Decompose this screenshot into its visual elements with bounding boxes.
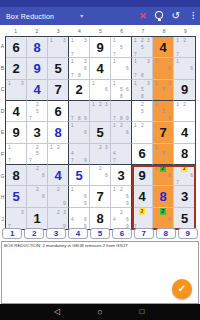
candidate-5: 5 (139, 108, 144, 113)
digit-button-4[interactable]: 4 (68, 228, 88, 239)
candidate-2: 2 (55, 187, 60, 192)
digit-button-3[interactable]: 3 (46, 228, 66, 239)
cell-C9[interactable]: 9 (174, 80, 195, 101)
digit-button-9[interactable]: 9 (178, 228, 198, 239)
cell-G8[interactable]: 126 (153, 165, 174, 186)
cell-J2[interactable]: 1 (27, 208, 48, 229)
candidates: 26 (153, 208, 173, 229)
cell-G6[interactable]: 3 (111, 165, 132, 186)
candidate-2: 2 (97, 166, 102, 171)
candidate-2: 2 (160, 165, 167, 172)
candidate-3: 3 (104, 144, 109, 149)
candidate-3: 3 (83, 38, 88, 43)
candidate-2: 2 (160, 208, 167, 215)
col-label-9: 9 (175, 27, 196, 35)
cell-C1[interactable]: 13 (6, 80, 27, 101)
cell-C8[interactable]: 135 (153, 80, 174, 101)
candidate-3: 3 (146, 59, 151, 64)
candidate-3: 3 (62, 208, 67, 214)
candidates: 16 (153, 58, 173, 78)
cell-H6[interactable]: 1269 (111, 186, 132, 207)
candidates: 239 (48, 208, 68, 229)
cell-G7[interactable]: 9 (132, 165, 153, 186)
candidate-9: 9 (167, 115, 172, 120)
cell-J5[interactable]: 8 (90, 208, 111, 229)
candidate-2: 2 (97, 102, 102, 107)
given-digit: 6 (12, 41, 19, 54)
entered-digit: 5 (12, 190, 19, 203)
candidate-7: 7 (112, 158, 117, 163)
entered-digit: 9 (33, 62, 40, 75)
candidates: 12357 (132, 37, 152, 57)
col-label-8: 8 (154, 27, 175, 35)
overflow-menu-icon[interactable]: ⋮ (189, 12, 197, 20)
col-label-6: 6 (111, 27, 132, 35)
entered-digit: 8 (159, 190, 166, 203)
candidate-2: 2 (34, 166, 39, 171)
digit-button-6[interactable]: 6 (112, 228, 132, 239)
candidate-1: 1 (49, 38, 54, 43)
cell-H3[interactable]: 29 (48, 186, 69, 207)
undo-icon[interactable]: ↺ (172, 11, 180, 21)
candidate-6: 6 (83, 215, 88, 221)
cell-E3[interactable]: 8 (48, 122, 69, 143)
cell-J3[interactable]: 239 (48, 208, 69, 229)
candidate-6: 6 (104, 172, 109, 177)
candidate-1: 1 (133, 80, 138, 85)
candidate-1: 1 (154, 144, 159, 149)
candidates: 1358 (132, 80, 152, 100)
digit-button-8[interactable]: 8 (156, 228, 176, 239)
candidates: 1568 (111, 80, 131, 100)
given-digit: 6 (138, 147, 145, 160)
candidate-1: 1 (7, 80, 12, 85)
cell-J7[interactable]: 27 (132, 208, 153, 229)
candidate-7: 7 (112, 51, 117, 56)
candidate-7: 7 (175, 179, 181, 184)
cell-B4[interactable]: 13678 (69, 58, 90, 79)
candidate-6: 6 (189, 66, 195, 71)
candidate-5: 5 (160, 108, 165, 113)
candidate-1: 1 (91, 102, 96, 107)
candidate-7: 7 (133, 73, 138, 78)
candidate-8: 8 (139, 73, 144, 78)
cell-F3[interactable]: 12 (48, 144, 69, 165)
candidate-7: 7 (70, 158, 75, 163)
candidate-2: 2 (182, 38, 188, 43)
candidate-2: 2 (118, 208, 123, 214)
cell-F5[interactable]: 23 (90, 144, 111, 165)
candidate-6: 6 (125, 130, 130, 135)
candidate-3: 3 (104, 102, 109, 107)
candidates: 789 (69, 101, 89, 121)
candidates: 126 (153, 165, 173, 185)
cell-A5[interactable]: 9 (90, 37, 111, 58)
cell-D6[interactable]: 789 (111, 101, 132, 122)
android-status-bar (0, 0, 200, 7)
given-digit: 4 (138, 190, 145, 203)
candidates: 159 (153, 101, 173, 121)
candidate-5: 5 (118, 87, 123, 92)
cell-G9[interactable]: 267 (174, 165, 195, 186)
cell-D7[interactable]: 25 (132, 101, 153, 122)
candidate-6: 6 (104, 87, 109, 92)
cell-C3[interactable]: 7 (48, 80, 69, 101)
cell-C6[interactable]: 1568 (111, 80, 132, 101)
cell-D2[interactable]: 257 (27, 101, 48, 122)
entered-digit: 5 (75, 169, 82, 182)
candidate-1: 1 (7, 144, 12, 149)
cell-E4[interactable]: 16 (69, 122, 90, 143)
candidate-2: 2 (34, 102, 39, 107)
cell-J9[interactable]: 5 (174, 208, 195, 229)
candidate-4: 4 (70, 151, 75, 156)
cell-F1[interactable]: 17 (6, 144, 27, 165)
cell-H4[interactable]: 169 (69, 186, 90, 207)
candidate-1: 1 (175, 102, 181, 107)
cell-A1[interactable]: 6 (6, 37, 27, 58)
candidates: 25 (132, 101, 152, 121)
digit-button-7[interactable]: 7 (134, 228, 154, 239)
col-label-1: 1 (5, 27, 26, 35)
candidates: 26 (90, 165, 110, 185)
candidate-9: 9 (62, 201, 67, 206)
candidate-1: 1 (70, 123, 75, 128)
candidate-5: 5 (118, 44, 123, 49)
given-digit: 5 (54, 62, 61, 75)
candidate-2: 2 (97, 144, 102, 149)
candidates: 16 (90, 80, 110, 100)
candidate-1: 1 (175, 38, 181, 43)
cell-D3[interactable]: 6 (48, 101, 69, 122)
cell-J6[interactable]: 2469 (111, 208, 132, 229)
col-label-3: 3 (47, 27, 68, 35)
candidate-7: 7 (28, 158, 33, 163)
entered-digit: 4 (33, 83, 40, 96)
candidate-3: 3 (167, 80, 172, 85)
candidate-1: 1 (112, 38, 117, 43)
candidate-1: 1 (133, 123, 138, 128)
candidates: 16 (174, 58, 195, 78)
candidates: 37 (6, 208, 26, 229)
cell-H1[interactable]: 5 (6, 186, 27, 207)
candidate-7: 7 (70, 73, 75, 78)
column-labels: 123456789 (5, 27, 196, 35)
cell-G4[interactable]: 5 (69, 165, 90, 186)
candidates: 123 (90, 101, 110, 121)
candidate-5: 5 (139, 44, 144, 49)
candidate-5: 5 (160, 87, 165, 92)
candidate-6: 6 (125, 66, 130, 71)
cell-A6[interactable]: 157 (111, 37, 132, 58)
given-digit: 7 (96, 190, 103, 203)
given-digit: 4 (12, 105, 19, 118)
candidate-4: 4 (112, 215, 117, 221)
candidate-2: 2 (182, 102, 188, 107)
sudoku-grid: 6813137915712357412729513678416137816161… (5, 36, 196, 230)
given-digit: 3 (117, 169, 124, 182)
digit-button-5[interactable]: 5 (90, 228, 110, 239)
cell-B9[interactable]: 16 (174, 58, 195, 79)
chevron-down-icon[interactable]: ▾ (80, 13, 83, 19)
cell-B1[interactable]: 2 (6, 58, 27, 79)
candidates: 13 (48, 37, 68, 57)
candidates: 1378 (132, 58, 152, 78)
candidate-1: 1 (175, 59, 181, 64)
candidates: 157 (111, 37, 131, 57)
candidate-9: 9 (83, 158, 88, 163)
candidate-8: 8 (118, 94, 123, 99)
candidates: 17 (6, 144, 26, 164)
col-label-4: 4 (69, 27, 90, 35)
col-label-2: 2 (26, 27, 47, 35)
candidate-6: 6 (167, 66, 172, 71)
candidate-2: 2 (55, 208, 60, 214)
cell-F4[interactable]: 479 (69, 144, 90, 165)
given-digit: 2 (12, 62, 19, 75)
cell-B7[interactable]: 1378 (132, 58, 153, 79)
nav-recents-icon[interactable]: □ (140, 308, 145, 316)
candidate-4: 4 (70, 215, 75, 221)
candidate-8: 8 (118, 115, 123, 120)
candidate-6: 6 (167, 172, 172, 177)
candidates: 12 (48, 144, 68, 164)
cell-A4[interactable]: 137 (69, 37, 90, 58)
cell-C5[interactable]: 16 (90, 80, 111, 101)
candidate-1: 1 (91, 80, 96, 85)
close-icon[interactable]: ✕ (139, 12, 147, 21)
cell-G2[interactable]: 26 (27, 165, 48, 186)
candidate-3: 3 (20, 80, 25, 85)
cell-F9[interactable]: 8 (174, 144, 195, 165)
candidates: 26 (27, 186, 47, 206)
candidates: 2469 (111, 208, 131, 229)
cell-A9[interactable]: 127 (174, 37, 195, 58)
cell-A3[interactable]: 13 (48, 37, 69, 58)
candidate-6: 6 (83, 194, 88, 199)
candidate-1: 1 (70, 38, 75, 43)
digit-button-2[interactable]: 2 (24, 228, 44, 239)
cell-B3[interactable]: 5 (48, 58, 69, 79)
given-digit: 8 (12, 169, 19, 182)
given-digit: 7 (54, 83, 61, 96)
cell-B2[interactable]: 9 (27, 58, 48, 79)
candidates: 15 (153, 144, 173, 164)
given-digit: 5 (181, 212, 188, 225)
digit-button-row: 123456789 (2, 228, 198, 239)
cell-D8[interactable]: 159 (153, 101, 174, 122)
check-icon: ✓ (178, 284, 186, 294)
candidate-2: 2 (139, 123, 144, 128)
cell-G5[interactable]: 26 (90, 165, 111, 186)
candidate-6: 6 (41, 194, 46, 199)
cell-E8[interactable]: 7 (153, 122, 174, 143)
candidates: 26 (27, 165, 47, 185)
cell-J4[interactable]: 469 (69, 208, 90, 229)
candidate-3: 3 (83, 59, 88, 64)
candidate-1: 1 (49, 144, 54, 149)
cell-D9[interactable]: 12 (174, 101, 195, 122)
candidate-2: 2 (139, 102, 144, 107)
candidates: 13678 (69, 58, 89, 78)
candidate-7: 7 (70, 115, 75, 120)
candidate-1: 1 (70, 59, 75, 64)
cell-C4[interactable]: 2 (69, 80, 90, 101)
nav-home-icon[interactable]: ○ (97, 308, 102, 317)
candidates: 135 (153, 80, 173, 100)
col-label-7: 7 (132, 27, 153, 35)
given-digit: 3 (33, 126, 40, 139)
candidate-1: 1 (154, 166, 159, 171)
candidate-6: 6 (41, 172, 46, 177)
cell-E1[interactable]: 9 (6, 122, 27, 143)
given-digit: 4 (159, 41, 166, 54)
digit-button-1[interactable]: 1 (2, 228, 22, 239)
cell-B5[interactable]: 4 (90, 58, 111, 79)
candidates: 29 (48, 186, 68, 206)
candidate-1: 1 (112, 59, 117, 64)
candidate-3: 3 (62, 38, 67, 43)
given-digit: 7 (159, 126, 166, 139)
cell-H8[interactable]: 8 (153, 186, 174, 207)
candidates: 1269 (111, 186, 131, 206)
candidate-1: 1 (70, 187, 75, 192)
candidates: 137 (69, 37, 89, 57)
given-digit: 9 (181, 83, 188, 96)
nav-back-icon[interactable]: ◁ (54, 308, 60, 316)
candidates: 12 (174, 101, 195, 121)
android-nav-bar: ◁ ○ □ (0, 304, 200, 320)
candidates: 169 (69, 186, 89, 206)
cell-E6[interactable]: 126 (111, 122, 132, 143)
candidate-2: 2 (55, 144, 60, 149)
candidates: 16 (111, 58, 131, 78)
candidate-2: 2 (118, 123, 123, 128)
candidate-1: 1 (133, 38, 138, 43)
cell-H7[interactable]: 4 (132, 186, 153, 207)
cell-F2[interactable]: 257 (27, 144, 48, 165)
given-digit: 2 (75, 83, 82, 96)
cell-D5[interactable]: 123 (90, 101, 111, 122)
candidates: 13 (6, 80, 26, 100)
cell-C7[interactable]: 1358 (132, 80, 153, 101)
candidate-6: 6 (125, 194, 130, 199)
given-digit: 5 (96, 126, 103, 139)
candidates: 16 (69, 122, 89, 142)
given-digit: 4 (96, 62, 103, 75)
candidate-1: 1 (112, 80, 117, 85)
candidate-5: 5 (34, 151, 39, 156)
given-digit: 8 (181, 147, 188, 160)
cell-E5[interactable]: 5 (90, 122, 111, 143)
hint-message: BOX REDUCTION: 2 mandatory in G8/J8 remo… (4, 243, 191, 247)
candidates: 126 (111, 122, 131, 142)
candidates: 479 (69, 144, 89, 164)
hint-bulb-icon[interactable] (156, 11, 163, 21)
candidates: 267 (174, 165, 195, 185)
candidate-2: 2 (34, 187, 39, 192)
cell-A7[interactable]: 12357 (132, 37, 153, 58)
candidate-8: 8 (139, 94, 144, 99)
cell-G3[interactable]: 4 (48, 165, 69, 186)
sudoku-board: 6813137915712357412729513678416137816161… (5, 36, 196, 230)
candidate-3: 3 (146, 80, 151, 85)
cell-F8[interactable]: 15 (153, 144, 174, 165)
candidate-5: 5 (139, 87, 144, 92)
cell-E7[interactable]: 12 (132, 122, 153, 143)
candidate-2: 2 (181, 165, 188, 172)
candidate-1: 1 (154, 80, 159, 85)
candidate-6: 6 (83, 130, 88, 135)
cell-F7[interactable]: 6 (132, 144, 153, 165)
candidate-1: 1 (154, 59, 159, 64)
candidate-6: 6 (83, 66, 88, 71)
apply-hint-fab[interactable]: ✓ (172, 279, 192, 299)
candidate-1: 1 (112, 187, 117, 192)
cell-D4[interactable]: 789 (69, 101, 90, 122)
candidate-6: 6 (167, 215, 172, 221)
candidate-7: 7 (28, 115, 33, 120)
candidates: 789 (111, 101, 131, 121)
candidate-2: 2 (139, 208, 146, 215)
candidate-6: 6 (125, 215, 130, 221)
candidates: 257 (27, 144, 47, 164)
cell-B8[interactable]: 16 (153, 58, 174, 79)
candidate-1: 1 (112, 123, 117, 128)
candidate-9: 9 (83, 201, 88, 206)
candidate-7: 7 (175, 51, 181, 56)
page-title: Box Reduction (6, 13, 54, 20)
cell-A2[interactable]: 8 (27, 37, 48, 58)
given-digit: 3 (181, 190, 188, 203)
cell-B6[interactable]: 16 (111, 58, 132, 79)
cell-F6[interactable]: 47 (111, 144, 132, 165)
given-digit: 8 (96, 212, 103, 225)
candidates: 127 (174, 37, 195, 57)
cell-J1[interactable]: 37 (6, 208, 27, 229)
cell-J8[interactable]: 26 (153, 208, 174, 229)
candidate-9: 9 (125, 201, 130, 206)
cell-G1[interactable]: 8 (6, 165, 27, 186)
given-digit: 9 (12, 126, 19, 139)
given-digit: 1 (33, 212, 40, 225)
candidate-4: 4 (112, 151, 117, 156)
candidate-8: 8 (76, 73, 81, 78)
candidate-7: 7 (70, 51, 75, 56)
candidates: 47 (111, 144, 131, 164)
candidate-6: 6 (189, 172, 195, 177)
candidate-2: 2 (118, 187, 123, 192)
candidate-1: 1 (154, 102, 159, 107)
cell-H5[interactable]: 7 (90, 186, 111, 207)
cell-E2[interactable]: 3 (27, 122, 48, 143)
given-digit: 6 (54, 105, 61, 118)
candidate-3: 3 (20, 208, 25, 214)
candidate-9: 9 (125, 115, 130, 120)
candidate-7: 7 (133, 51, 138, 56)
candidate-1: 1 (133, 59, 138, 64)
candidates: 469 (69, 208, 89, 229)
given-digit: 4 (181, 126, 188, 139)
cell-D1[interactable]: 4 (6, 101, 27, 122)
candidate-2: 2 (139, 38, 144, 43)
cell-H2[interactable]: 26 (27, 186, 48, 207)
cell-A8[interactable]: 4 (153, 37, 174, 58)
candidate-3: 3 (146, 38, 151, 43)
cell-E9[interactable]: 4 (174, 122, 195, 143)
cell-C2[interactable]: 4 (27, 80, 48, 101)
cell-H9[interactable]: 3 (174, 186, 195, 207)
